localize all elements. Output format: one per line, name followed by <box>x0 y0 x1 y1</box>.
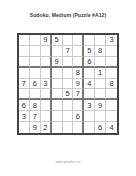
sudoku-cell[interactable] <box>73 100 84 111</box>
sudoku-cell[interactable] <box>63 68 74 79</box>
sudoku-cell[interactable] <box>95 57 106 68</box>
sudoku-cell[interactable]: 9 <box>52 57 63 68</box>
sudoku-cell[interactable] <box>73 35 84 46</box>
sudoku-cell[interactable] <box>63 100 74 111</box>
sudoku-cell[interactable]: 8 <box>106 79 117 90</box>
sudoku-cell[interactable] <box>106 89 117 100</box>
sudoku-cell[interactable]: 4 <box>106 122 117 133</box>
sudoku-cell[interactable] <box>63 111 74 122</box>
sudoku-cell[interactable] <box>63 57 74 68</box>
sudoku-cell[interactable] <box>30 57 41 68</box>
sudoku-cell[interactable] <box>52 111 63 122</box>
sudoku-cell[interactable]: 7 <box>19 79 30 90</box>
sudoku-cell[interactable] <box>95 89 106 100</box>
sudoku-cell[interactable] <box>52 100 63 111</box>
sudoku-cell[interactable] <box>30 46 41 57</box>
sudoku-cell[interactable] <box>84 35 95 46</box>
sudoku-cell[interactable] <box>41 57 52 68</box>
sudoku-cell[interactable]: 8 <box>95 46 106 57</box>
sudoku-cell[interactable] <box>95 79 106 90</box>
sudoku-cell[interactable] <box>106 46 117 57</box>
sudoku-cell[interactable]: 6 <box>30 79 41 90</box>
sudoku-cell[interactable]: 4 <box>84 79 95 90</box>
sudoku-cell[interactable] <box>19 68 30 79</box>
sudoku-cell[interactable]: 9 <box>95 100 106 111</box>
sudoku-cell[interactable]: 3 <box>41 79 52 90</box>
sudoku-cell[interactable]: 6 <box>95 122 106 133</box>
footer-url: www.puzzles.ca <box>0 160 136 164</box>
sudoku-cell[interactable] <box>52 122 63 133</box>
sudoku-cell[interactable]: 9 <box>30 122 41 133</box>
sudoku-cell[interactable] <box>106 68 117 79</box>
sudoku-cell[interactable] <box>41 89 52 100</box>
sudoku-cell[interactable] <box>73 122 84 133</box>
sudoku-cell[interactable] <box>106 100 117 111</box>
sudoku-cell[interactable]: 2 <box>41 122 52 133</box>
sudoku-cell[interactable] <box>52 46 63 57</box>
sudoku-cell[interactable] <box>73 57 84 68</box>
sudoku-cell[interactable]: 6 <box>73 111 84 122</box>
sudoku-cell[interactable] <box>41 100 52 111</box>
sudoku-cell[interactable] <box>41 111 52 122</box>
sudoku-cell[interactable]: 5 <box>84 46 95 57</box>
sudoku-cell[interactable]: 3 <box>84 100 95 111</box>
sudoku-cell[interactable]: 3 <box>106 35 117 46</box>
sudoku-cell[interactable]: 1 <box>95 68 106 79</box>
sudoku-cell[interactable] <box>63 122 74 133</box>
sudoku-cell[interactable] <box>41 46 52 57</box>
sudoku-cell[interactable]: 6 <box>19 100 30 111</box>
sudoku-cell[interactable]: 6 <box>84 57 95 68</box>
sudoku-cell[interactable] <box>19 57 30 68</box>
sudoku-cell[interactable]: 7 <box>73 89 84 100</box>
sudoku-cell[interactable] <box>84 122 95 133</box>
sudoku-cell[interactable] <box>41 68 52 79</box>
sudoku-cell[interactable]: 5 <box>63 89 74 100</box>
sudoku-cell[interactable] <box>30 68 41 79</box>
sudoku-cell[interactable] <box>84 68 95 79</box>
sudoku-cell[interactable]: 9 <box>41 35 52 46</box>
sudoku-cell[interactable] <box>106 111 117 122</box>
sudoku-cell[interactable] <box>52 89 63 100</box>
sudoku-cell[interactable] <box>52 68 63 79</box>
sudoku-cell[interactable] <box>30 89 41 100</box>
sudoku-cell[interactable]: 8 <box>73 68 84 79</box>
sudoku-cell[interactable]: 5 <box>52 35 63 46</box>
sudoku-cell[interactable] <box>63 35 74 46</box>
sudoku-grid: 95375896817639485768393769264 <box>17 33 119 135</box>
sudoku-cell[interactable] <box>73 46 84 57</box>
sudoku-cell[interactable] <box>95 111 106 122</box>
sudoku-cell[interactable] <box>19 46 30 57</box>
sudoku-cell[interactable]: 7 <box>30 111 41 122</box>
sudoku-cell[interactable] <box>19 89 30 100</box>
page-title: Sudoku, Medium (Puzzle #A12) <box>0 12 136 18</box>
sudoku-cell[interactable] <box>106 57 117 68</box>
sudoku-cell[interactable] <box>19 35 30 46</box>
sudoku-cell[interactable] <box>19 122 30 133</box>
sudoku-cell[interactable]: 3 <box>19 111 30 122</box>
sudoku-cell[interactable] <box>30 35 41 46</box>
sudoku-cell[interactable] <box>95 35 106 46</box>
sudoku-cell[interactable] <box>84 111 95 122</box>
sudoku-cell[interactable] <box>52 79 63 90</box>
sudoku-cell[interactable]: 9 <box>73 79 84 90</box>
sudoku-cell[interactable]: 7 <box>63 46 74 57</box>
sudoku-cell[interactable]: 8 <box>30 100 41 111</box>
sudoku-cell[interactable] <box>63 79 74 90</box>
sudoku-cell[interactable] <box>84 89 95 100</box>
